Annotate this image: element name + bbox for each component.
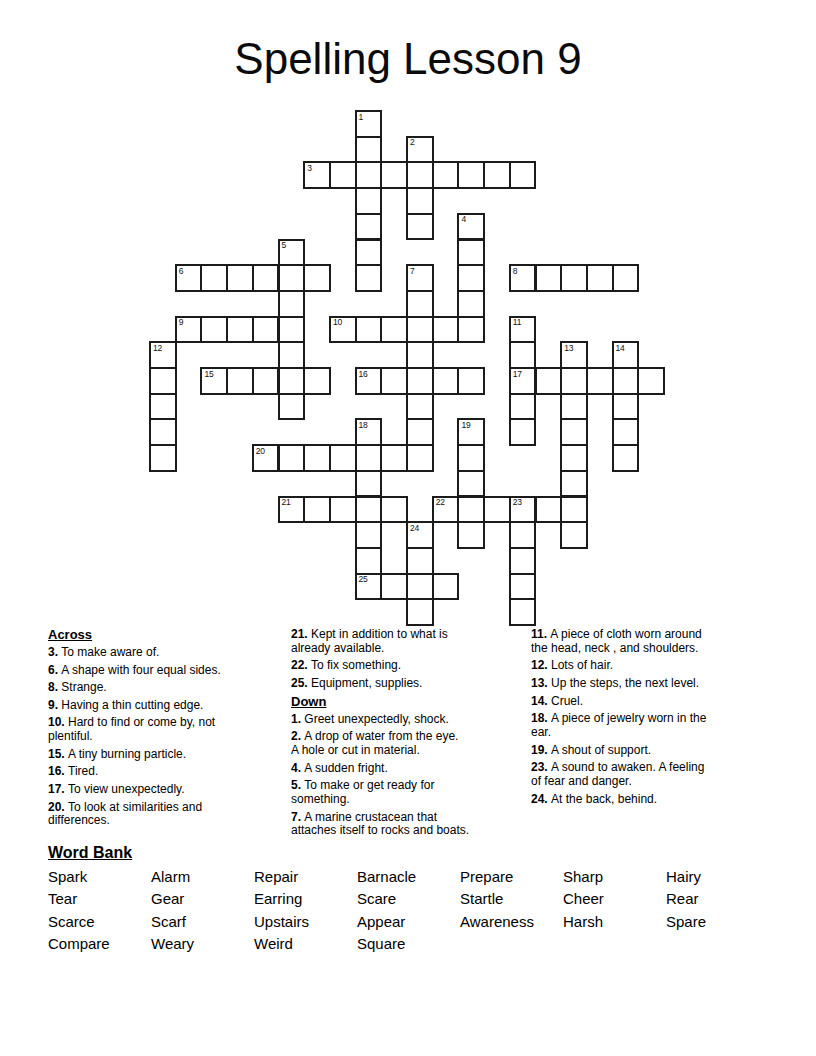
grid-cell[interactable]: 18	[355, 418, 383, 446]
grid-cell[interactable]	[509, 598, 537, 626]
cell-number: 21	[282, 498, 291, 507]
grid-cell[interactable]	[355, 316, 383, 344]
clue-item: 1. Greet unexpectedly, shock.	[291, 713, 529, 727]
clue-number-label: 5.	[291, 778, 304, 792]
grid-cell[interactable]: 4	[457, 213, 485, 241]
clue-item: 15. A tiny burning particle.	[48, 748, 292, 762]
grid-cell[interactable]: 24	[406, 521, 434, 549]
grid-cell[interactable]	[509, 573, 537, 601]
word-bank-word: Scare	[357, 888, 460, 910]
grid-cell[interactable]	[355, 264, 383, 292]
clue-text: Hard to find or come by, not plentiful.	[48, 715, 215, 743]
grid-cell[interactable]	[586, 264, 614, 292]
clue-text: A piece of cloth worn around the head, n…	[531, 627, 702, 655]
grid-cell[interactable]	[355, 187, 383, 215]
grid-cell[interactable]	[406, 187, 434, 215]
grid-cell[interactable]	[535, 496, 563, 524]
grid-cell[interactable]: 17	[509, 367, 537, 395]
grid-cell[interactable]: 8	[509, 264, 537, 292]
clue-item: 10. Hard to find or come by, not plentif…	[48, 716, 292, 744]
clue-text: A piece of jewelry worn in the ear.	[531, 711, 706, 739]
clue-number-label: 7.	[291, 810, 304, 824]
grid-cell[interactable]	[509, 341, 537, 369]
cell-number: 11	[513, 318, 521, 327]
clue-text: Lots of hair.	[551, 658, 613, 672]
grid-cell[interactable]	[612, 367, 640, 395]
grid-cell[interactable]	[380, 444, 408, 472]
grid-cell[interactable]	[457, 521, 485, 549]
clue-text: A shape with four equal sides.	[61, 663, 220, 677]
clue-item: 19. A shout of support.	[531, 744, 781, 758]
grid-cell[interactable]	[637, 367, 665, 395]
clue-text: To view unexpectedly.	[68, 782, 185, 796]
grid-cell[interactable]	[303, 444, 331, 472]
clue-item: 2. A drop of water from the eye. A hole …	[291, 730, 529, 758]
grid-cell[interactable]	[406, 316, 434, 344]
cell-number: 23	[513, 498, 522, 507]
clue-item: 7. A marine crustacean that attaches its…	[291, 811, 529, 839]
grid-cell[interactable]	[355, 496, 383, 524]
grid-cell[interactable]	[457, 161, 485, 189]
grid-cell[interactable]: 11	[509, 316, 537, 344]
grid-cell[interactable]	[303, 496, 331, 524]
word-bank-word: Barnacle	[357, 866, 460, 888]
clue-text: Greet unexpectedly, shock.	[304, 712, 449, 726]
grid-cell[interactable]	[560, 470, 588, 498]
grid-cell[interactable]	[560, 393, 588, 421]
cell-number: 3	[307, 164, 312, 173]
word-bank-word: Startle	[460, 888, 563, 910]
grid-cell[interactable]	[612, 418, 640, 446]
clue-text: To look at similarities and differences.	[48, 800, 202, 828]
clue-text: To make or get ready for something.	[291, 778, 434, 806]
grid-cell[interactable]	[380, 316, 408, 344]
word-bank-word: Upstairs	[254, 911, 357, 933]
grid-cell[interactable]: 10	[329, 316, 357, 344]
grid-cell[interactable]: 20	[252, 444, 280, 472]
clue-item: 22. To fix something.	[291, 659, 529, 673]
grid-cell[interactable]	[509, 547, 537, 575]
grid-cell[interactable]	[483, 496, 511, 524]
cell-number: 2	[410, 138, 415, 147]
grid-cell[interactable]	[355, 161, 383, 189]
word-bank-word: Earring	[254, 888, 357, 910]
worksheet-page: Spelling Lesson 9 3689101516172021222325…	[0, 0, 816, 1056]
grid-cell[interactable]	[355, 213, 383, 241]
grid-cell[interactable]	[560, 444, 588, 472]
word-bank-word: Square	[357, 933, 460, 955]
clue-item: 25. Equipment, supplies.	[291, 677, 529, 691]
grid-cell[interactable]: 9	[175, 316, 203, 344]
clue-number-label: 25.	[291, 676, 311, 690]
grid-cell[interactable]	[226, 367, 254, 395]
grid-cell[interactable]	[278, 264, 306, 292]
grid-cell[interactable]	[329, 444, 357, 472]
grid-cell[interactable]	[457, 290, 485, 318]
cell-number: 5	[282, 241, 287, 250]
grid-cell[interactable]	[457, 367, 485, 395]
clue-text: At the back, behind.	[551, 792, 657, 806]
clue-number-label: 6.	[48, 663, 61, 677]
word-bank-word: Sharp	[563, 866, 666, 888]
grid-cell[interactable]	[406, 444, 434, 472]
grid-cell[interactable]	[355, 136, 383, 164]
grid-cell[interactable]	[355, 239, 383, 267]
clue-item: 16. Tired.	[48, 765, 292, 779]
grid-cell[interactable]	[355, 547, 383, 575]
grid-cell[interactable]	[278, 367, 306, 395]
grid-cell[interactable]: 25	[355, 573, 383, 601]
grid-cell[interactable]	[252, 316, 280, 344]
grid-cell[interactable]	[200, 316, 228, 344]
cell-number: 14	[616, 344, 625, 353]
word-bank-word: Scarce	[48, 911, 151, 933]
grid-cell[interactable]: 6	[175, 264, 203, 292]
clue-text: Equipment, supplies.	[311, 676, 422, 690]
grid-cell[interactable]	[406, 418, 434, 446]
clue-item: 17. To view unexpectedly.	[48, 783, 292, 797]
clue-column-down: 11. A piece of cloth worn around the hea…	[531, 628, 781, 810]
grid-cell[interactable]	[278, 444, 306, 472]
grid-cell[interactable]	[560, 418, 588, 446]
grid-cell[interactable]	[432, 316, 460, 344]
cell-number: 8	[513, 267, 518, 276]
word-bank-word: Cheer	[563, 888, 666, 910]
word-bank-column: BarnacleScareAppearSquare	[357, 866, 460, 956]
clue-text: To make aware of.	[61, 645, 159, 659]
clue-number-label: 15.	[48, 747, 68, 761]
clue-item: 24. At the back, behind.	[531, 793, 781, 807]
clue-number-label: 4.	[291, 761, 304, 775]
clue-item: 5. To make or get ready for something.	[291, 779, 529, 807]
clue-number-label: 8.	[48, 680, 61, 694]
word-bank-word: Awareness	[460, 911, 563, 933]
grid-cell[interactable]	[252, 367, 280, 395]
clue-column-across: Across3. To make aware of.6. A shape wit…	[48, 628, 292, 832]
cell-number: 20	[256, 447, 265, 456]
word-bank-word: Spare	[666, 911, 769, 933]
clue-item: 8. Strange.	[48, 681, 292, 695]
grid-cell[interactable]	[329, 496, 357, 524]
clue-number-label: 21.	[291, 627, 311, 641]
clue-item: 9. Having a thin cutting edge.	[48, 699, 292, 713]
cell-number: 24	[410, 524, 419, 533]
word-bank-word: Gear	[151, 888, 254, 910]
word-bank-word: Spark	[48, 866, 151, 888]
grid-cell[interactable]	[560, 367, 588, 395]
grid-cell[interactable]: 21	[278, 496, 306, 524]
grid-cell[interactable]	[406, 598, 434, 626]
cell-number: 15	[204, 370, 213, 379]
word-bank-column: SharpCheerHarsh	[563, 866, 666, 956]
grid-cell[interactable]	[380, 161, 408, 189]
clue-item: 4. A sudden fright.	[291, 762, 529, 776]
grid-cell[interactable]	[432, 573, 460, 601]
clue-item: 11. A piece of cloth worn around the hea…	[531, 628, 781, 656]
grid-cell[interactable]	[509, 393, 537, 421]
clue-item: 3. To make aware of.	[48, 646, 292, 660]
grid-cell[interactable]	[560, 521, 588, 549]
grid-cell[interactable]	[406, 213, 434, 241]
clue-number-label: 2.	[291, 729, 304, 743]
clue-number-label: 16.	[48, 764, 68, 778]
grid-cell[interactable]	[149, 418, 177, 446]
grid-cell[interactable]	[535, 367, 563, 395]
clue-number-label: 1.	[291, 712, 304, 726]
grid-cell[interactable]	[149, 367, 177, 395]
clue-number-label: 9.	[48, 698, 61, 712]
clue-number-label: 19.	[531, 743, 551, 757]
grid-cell[interactable]	[226, 264, 254, 292]
grid-cell[interactable]	[303, 264, 331, 292]
grid-cell[interactable]: 13	[560, 341, 588, 369]
cell-number: 10	[333, 318, 342, 327]
clue-item: 20. To look at similarities and differen…	[48, 801, 292, 829]
cell-number: 25	[359, 575, 368, 584]
cell-number: 13	[564, 344, 573, 353]
clue-section-header: Down	[291, 695, 529, 709]
clue-text: Kept in addition to what is already avai…	[291, 627, 448, 655]
word-bank-word: Appear	[357, 911, 460, 933]
grid-cell[interactable]	[278, 316, 306, 344]
clue-text: To fix something.	[311, 658, 401, 672]
word-bank-word: Alarm	[151, 866, 254, 888]
word-bank-word: Prepare	[460, 866, 563, 888]
clue-text: Tired.	[68, 764, 98, 778]
grid-cell[interactable]	[355, 470, 383, 498]
clue-item: 23. A sound to awaken. A feeling of fear…	[531, 761, 781, 789]
clue-item: 21. Kept in addition to what is already …	[291, 628, 529, 656]
grid-cell[interactable]	[380, 496, 408, 524]
grid-cell[interactable]: 22	[432, 496, 460, 524]
clue-text: A sound to awaken. A feeling of fear and…	[531, 760, 704, 788]
grid-cell[interactable]	[380, 573, 408, 601]
cell-number: 1	[359, 113, 364, 122]
word-bank-column: RepairEarringUpstairsWeird	[254, 866, 357, 956]
grid-cell[interactable]	[278, 290, 306, 318]
cell-number: 9	[179, 318, 184, 327]
grid-cell[interactable]: 15	[200, 367, 228, 395]
grid-cell[interactable]	[278, 341, 306, 369]
grid-cell[interactable]	[509, 418, 537, 446]
clue-number-label: 18.	[531, 711, 551, 725]
clue-item: 12. Lots of hair.	[531, 659, 781, 673]
clue-column-middle: 21. Kept in addition to what is already …	[291, 628, 529, 842]
word-bank: SparkTearScarceCompareAlarmGearScarfWear…	[48, 866, 769, 956]
grid-cell[interactable]	[457, 239, 485, 267]
clue-text: A drop of water from the eye. A hole or …	[291, 729, 458, 757]
clue-number-label: 24.	[531, 792, 551, 806]
grid-cell[interactable]	[612, 393, 640, 421]
word-bank-column: AlarmGearScarfWeary	[151, 866, 254, 956]
grid-cell[interactable]	[200, 264, 228, 292]
crossword-grid: 3689101516172021222325124571112131418192…	[149, 110, 665, 626]
cell-number: 7	[410, 267, 415, 276]
clue-text: A tiny burning particle.	[68, 747, 186, 761]
grid-cell[interactable]	[560, 496, 588, 524]
grid-cell[interactable]	[483, 161, 511, 189]
grid-cell[interactable]	[380, 367, 408, 395]
grid-cell[interactable]	[509, 161, 537, 189]
puzzle-title: Spelling Lesson 9	[0, 34, 816, 84]
word-bank-column: PrepareStartleAwareness	[460, 866, 563, 956]
grid-cell[interactable]	[303, 367, 331, 395]
grid-cell[interactable]: 7	[406, 264, 434, 292]
grid-cell[interactable]	[406, 367, 434, 395]
cell-number: 18	[359, 421, 368, 430]
clue-number-label: 10.	[48, 715, 68, 729]
grid-cell[interactable]	[432, 161, 460, 189]
clue-number-label: 17.	[48, 782, 68, 796]
grid-cell[interactable]	[406, 290, 434, 318]
grid-cell[interactable]	[355, 521, 383, 549]
grid-cell[interactable]	[278, 393, 306, 421]
grid-cell[interactable]	[406, 573, 434, 601]
grid-cell[interactable]	[612, 264, 640, 292]
clue-text: A shout of support.	[551, 743, 651, 757]
cell-number: 16	[359, 370, 368, 379]
clue-item: 13. Up the steps, the next level.	[531, 677, 781, 691]
clue-text: Strange.	[61, 680, 106, 694]
grid-cell[interactable]	[406, 161, 434, 189]
clue-number-label: 3.	[48, 645, 61, 659]
clue-item: 6. A shape with four equal sides.	[48, 664, 292, 678]
grid-cell[interactable]	[535, 264, 563, 292]
grid-cell[interactable]: 19	[457, 418, 485, 446]
clue-text: Having a thin cutting edge.	[61, 698, 203, 712]
grid-cell[interactable]: 5	[278, 239, 306, 267]
clue-number-label: 22.	[291, 658, 311, 672]
grid-cell[interactable]: 23	[509, 496, 537, 524]
clue-number-label: 12.	[531, 658, 551, 672]
grid-cell[interactable]: 14	[612, 341, 640, 369]
cell-number: 12	[153, 344, 162, 353]
grid-cell[interactable]	[457, 264, 485, 292]
grid-cell[interactable]: 16	[355, 367, 383, 395]
grid-cell[interactable]	[457, 316, 485, 344]
clue-number-label: 20.	[48, 800, 68, 814]
grid-cell[interactable]	[149, 393, 177, 421]
grid-cell[interactable]	[406, 547, 434, 575]
cell-number: 22	[436, 498, 445, 507]
word-bank-word: Tear	[48, 888, 151, 910]
grid-cell[interactable]	[149, 444, 177, 472]
grid-cell[interactable]	[432, 367, 460, 395]
grid-cell[interactable]	[457, 470, 485, 498]
cell-number: 19	[461, 421, 470, 430]
clue-section-header: Across	[48, 628, 292, 642]
grid-cell[interactable]	[457, 496, 485, 524]
word-bank-word: Repair	[254, 866, 357, 888]
grid-cell[interactable]	[329, 161, 357, 189]
grid-cell[interactable]	[252, 264, 280, 292]
grid-cell[interactable]: 12	[149, 341, 177, 369]
clue-number-label: 13.	[531, 676, 551, 690]
clue-text: Cruel.	[551, 694, 583, 708]
word-bank-column: SparkTearScarceCompare	[48, 866, 151, 956]
grid-cell[interactable]	[612, 444, 640, 472]
grid-cell[interactable]	[355, 444, 383, 472]
word-bank-word: Harsh	[563, 911, 666, 933]
clue-text: Up the steps, the next level.	[551, 676, 699, 690]
cell-number: 4	[461, 215, 466, 224]
word-bank-word: Compare	[48, 933, 151, 955]
clue-text: A marine crustacean that attaches itself…	[291, 810, 469, 838]
grid-cell[interactable]	[560, 264, 588, 292]
grid-cell[interactable]: 3	[303, 161, 331, 189]
grid-cell[interactable]	[509, 521, 537, 549]
word-bank-word: Scarf	[151, 911, 254, 933]
cell-number: 17	[513, 370, 522, 379]
clue-item: 14. Cruel.	[531, 695, 781, 709]
grid-cell[interactable]	[226, 316, 254, 344]
clue-number-label: 11.	[531, 627, 550, 641]
word-bank-word: Rear	[666, 888, 769, 910]
word-bank-column: HairyRearSpare	[666, 866, 769, 956]
word-bank-word: Weary	[151, 933, 254, 955]
clue-number-label: 23.	[531, 760, 551, 774]
grid-cell[interactable]	[406, 341, 434, 369]
word-bank-header: Word Bank	[48, 844, 132, 862]
word-bank-word: Weird	[254, 933, 357, 955]
grid-cell[interactable]: 2	[406, 136, 434, 164]
clue-item: 18. A piece of jewelry worn in the ear.	[531, 712, 781, 740]
grid-cell[interactable]	[457, 444, 485, 472]
grid-cell[interactable]	[586, 367, 614, 395]
word-bank-word: Hairy	[666, 866, 769, 888]
clue-text: A sudden fright.	[304, 761, 387, 775]
grid-cell[interactable]	[406, 393, 434, 421]
grid-cell[interactable]: 1	[355, 110, 383, 138]
clue-number-label: 14.	[531, 694, 551, 708]
cell-number: 6	[179, 267, 184, 276]
